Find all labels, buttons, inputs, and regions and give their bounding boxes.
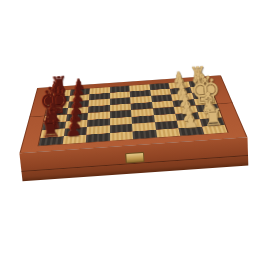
board-rotation-wrapper: ♜♟♟♜♞♟♟♞♝♟♟♝♛♟♟♛♚♟♟♚♝♟♟♝♞♟♟♞♜♟♟♜ <box>0 0 260 260</box>
chess-board[interactable]: ♜♟♟♜♞♟♟♞♝♟♟♝♛♟♟♛♚♟♟♚♝♟♟♝♞♟♟♞♜♟♟♜ <box>39 80 228 146</box>
chess-set-photo: ♜♟♟♜♞♟♟♞♝♟♟♝♛♟♟♛♚♟♟♚♝♟♟♝♞♟♟♞♜♟♟♜ <box>0 0 260 260</box>
square-c4[interactable] <box>130 96 151 104</box>
square-h7[interactable]: ♟ <box>62 135 86 145</box>
square-f4[interactable] <box>131 115 154 124</box>
board-frame: ♜♟♟♜♞♟♟♞♝♟♟♝♛♟♟♛♚♟♟♚♝♟♟♝♞♟♟♞♜♟♟♜ <box>19 75 247 153</box>
piece-white-R-h1[interactable]: ♜ <box>194 105 232 130</box>
piece-red-P-h7[interactable]: ♟ <box>55 121 93 141</box>
square-h1[interactable]: ♜ <box>202 125 228 134</box>
square-h4[interactable] <box>132 130 156 139</box>
brass-clasp-icon <box>125 152 145 164</box>
square-h5[interactable] <box>109 131 133 140</box>
square-g4[interactable] <box>132 122 156 131</box>
